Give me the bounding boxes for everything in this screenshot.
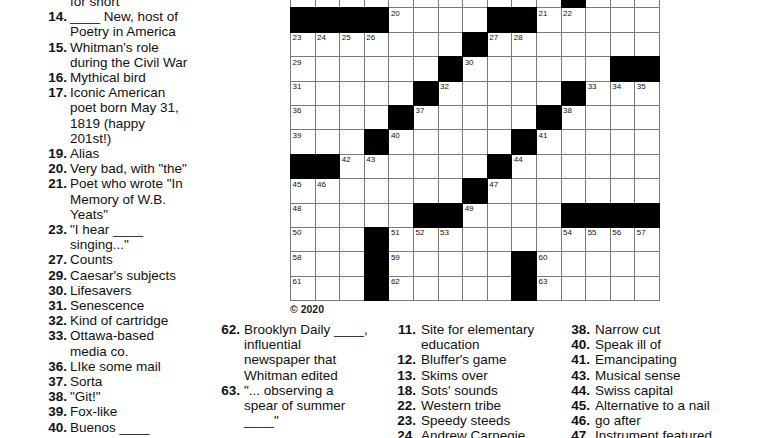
clue-text: ____ New, host of Poetry in America	[70, 9, 260, 39]
clue-number: 23.	[394, 413, 416, 428]
clue-item: 47. Instrument featured	[568, 428, 770, 438]
grid-cell[interactable]	[340, 106, 364, 129]
grid-cell[interactable]	[512, 179, 536, 202]
grid-cell[interactable]	[463, 277, 487, 300]
grid-cell[interactable]	[635, 179, 659, 202]
grid-cell[interactable]	[635, 130, 659, 153]
cell-number: 57	[637, 228, 646, 237]
black-cell	[586, 204, 610, 227]
cell-number: 36	[293, 106, 302, 115]
grid-cell[interactable]	[365, 82, 389, 105]
grid-cell[interactable]	[340, 130, 364, 153]
clue-number: 19.	[45, 146, 67, 161]
clue-item: 45. Alternative to a nail	[568, 398, 770, 413]
clue-number: 21.	[45, 176, 67, 191]
grid-cell[interactable]	[463, 8, 487, 31]
clue-text: Skims over	[421, 368, 569, 383]
cell-number: 58	[293, 253, 302, 262]
cell-number: 62	[391, 277, 400, 286]
grid-cell[interactable]	[463, 228, 487, 251]
clue-number: 41.	[568, 352, 590, 367]
cell-number: 46	[317, 180, 326, 189]
clue-item: 23. Speedy steeds	[394, 413, 569, 428]
clue-item: 19. Alias	[45, 146, 260, 161]
grid-cell[interactable]: 45	[291, 179, 315, 202]
grid-cell[interactable]	[340, 204, 364, 227]
grid-cell[interactable]	[316, 252, 340, 275]
clue-number: 40.	[45, 420, 67, 435]
cell-number: 42	[342, 155, 351, 164]
grid-cell[interactable]	[611, 0, 635, 7]
cell-number: 45	[293, 180, 302, 189]
grid-cell[interactable]: 25	[340, 33, 364, 56]
grid-cell[interactable]: 59	[389, 252, 413, 275]
black-cell	[365, 228, 389, 251]
grid-cell[interactable]	[463, 0, 487, 7]
grid-cell[interactable]: 62	[389, 277, 413, 300]
grid-cell[interactable]	[340, 179, 364, 202]
black-cell	[414, 82, 438, 105]
clue-text: Emancipating	[595, 352, 770, 367]
cell-number: 54	[563, 228, 572, 237]
cell-number: 59	[391, 253, 400, 262]
clue-text: Narrow cut	[595, 322, 770, 337]
grid-cell[interactable]	[365, 204, 389, 227]
grid-cell[interactable]	[389, 0, 413, 7]
grid-cell[interactable]	[488, 106, 512, 129]
cell-number: 23	[293, 33, 302, 42]
grid-cell[interactable]: 47	[488, 179, 512, 202]
grid-cell[interactable]	[562, 57, 586, 80]
grid-cell[interactable]: 40	[389, 130, 413, 153]
cell-number: 39	[293, 131, 302, 140]
grid-cell[interactable]	[586, 57, 610, 80]
grid-cell[interactable]: 23	[291, 33, 315, 56]
grid-cell[interactable]	[586, 8, 610, 31]
cell-number: 21	[538, 9, 547, 18]
grid-cell[interactable]	[586, 106, 610, 129]
grid-cell[interactable]	[537, 228, 561, 251]
cell-number: 24	[317, 33, 326, 42]
cell-number: 29	[293, 58, 302, 67]
down-clues-column-1: 11. Site for elementary education 12. Bl…	[394, 322, 569, 438]
black-cell	[562, 82, 586, 105]
cell-number: 41	[538, 131, 547, 140]
black-cell	[389, 106, 413, 129]
grid-cell[interactable]: 28	[512, 33, 536, 56]
grid-cell[interactable]	[512, 228, 536, 251]
grid-cell[interactable]	[414, 0, 438, 7]
grid-cell[interactable]	[316, 277, 340, 300]
grid-cell[interactable]	[537, 57, 561, 80]
grid-cell[interactable]: 27	[488, 33, 512, 56]
grid-cell[interactable]: 29	[291, 57, 315, 80]
grid-cell[interactable]: 34	[611, 82, 635, 105]
clue-number: 39.	[45, 404, 67, 419]
grid-cell[interactable]	[389, 57, 413, 80]
grid-cell[interactable]: 42	[340, 155, 364, 178]
grid-cell[interactable]	[463, 106, 487, 129]
grid-cell[interactable]	[365, 57, 389, 80]
grid-cell[interactable]	[316, 130, 340, 153]
grid-cell[interactable]: 54	[562, 228, 586, 251]
clue-item: 38. Narrow cut	[568, 322, 770, 337]
grid-cell[interactable]: 60	[537, 252, 561, 275]
grid-cell[interactable]	[340, 57, 364, 80]
grid-cell[interactable]	[611, 277, 635, 300]
grid-cell[interactable]	[316, 0, 340, 7]
grid-cell[interactable]	[562, 179, 586, 202]
grid-cell[interactable]	[316, 106, 340, 129]
grid-cell[interactable]	[389, 155, 413, 178]
clue-item: 17. Iconic American poet born May 31, 18…	[45, 85, 260, 146]
grid-cell[interactable]	[414, 33, 438, 56]
grid-cell[interactable]: 55	[586, 228, 610, 251]
grid-cell[interactable]	[316, 204, 340, 227]
clue-number: 13.	[394, 368, 416, 383]
grid-cell[interactable]	[611, 179, 635, 202]
grid-cell[interactable]	[414, 252, 438, 275]
clue-number: 63.	[218, 383, 240, 398]
grid-cell[interactable]	[389, 179, 413, 202]
grid-cell[interactable]	[439, 179, 463, 202]
cell-number: 31	[293, 82, 302, 91]
cell-number: 48	[293, 204, 302, 213]
grid-cell[interactable]	[488, 82, 512, 105]
grid-cell[interactable]	[512, 0, 536, 7]
grid-cell[interactable]: 43	[365, 155, 389, 178]
clue-number: 18.	[394, 383, 416, 398]
grid-cell[interactable]: 26	[365, 33, 389, 56]
clue-item: 20. Very bad, with "the"	[45, 161, 260, 176]
grid-cell[interactable]: 31	[291, 82, 315, 105]
clue-item: 40. Speak ill of	[568, 337, 770, 352]
cell-number: 60	[538, 253, 547, 262]
grid-cell[interactable]	[389, 33, 413, 56]
clue-number: 40.	[568, 337, 590, 352]
grid-cell[interactable]	[463, 252, 487, 275]
grid-cell[interactable]	[537, 82, 561, 105]
clue-text: Senescence	[70, 298, 260, 313]
grid-cell[interactable]	[488, 204, 512, 227]
cell-number: 40	[391, 131, 400, 140]
grid-cell[interactable]	[316, 57, 340, 80]
clue-item: 30. Lifesavers	[45, 283, 260, 298]
grid-cell[interactable]	[316, 228, 340, 251]
grid-cell[interactable]: 41	[537, 130, 561, 153]
grid-cell[interactable]	[635, 277, 659, 300]
grid-cell[interactable]	[316, 82, 340, 105]
clue-number: 17.	[45, 85, 67, 100]
grid-cell[interactable]: 57	[635, 228, 659, 251]
clue-number: 62.	[218, 322, 240, 337]
grid-cell[interactable]	[439, 277, 463, 300]
clue-item: 12. Bluffer's game	[394, 352, 569, 367]
grid-cell[interactable]: 21	[537, 8, 561, 31]
clue-number: 27.	[45, 252, 67, 267]
clue-item: 11. Site for elementary education	[394, 322, 569, 352]
grid-cell[interactable]	[340, 228, 364, 251]
grid-cell[interactable]: 30	[463, 57, 487, 80]
cell-number: 43	[366, 155, 375, 164]
crossword-page: 2021222324252627282930313233343536373839…	[0, 0, 779, 438]
grid-cell[interactable]	[488, 228, 512, 251]
black-cell	[365, 277, 389, 300]
grid-cell[interactable]	[611, 106, 635, 129]
grid-cell[interactable]	[562, 155, 586, 178]
grid-cell[interactable]: 63	[537, 277, 561, 300]
clue-number: 16.	[45, 70, 67, 85]
clue-number: 12.	[394, 352, 416, 367]
clue-text: go after	[595, 413, 770, 428]
grid-cell[interactable]: 51	[389, 228, 413, 251]
grid-cell[interactable]: 50	[291, 228, 315, 251]
grid-cell[interactable]	[389, 82, 413, 105]
grid-cell[interactable]	[611, 252, 635, 275]
clue-item: 62. Brooklyn Daily ____, influential new…	[218, 322, 396, 383]
cell-number: 32	[440, 82, 449, 91]
grid-cell[interactable]	[635, 106, 659, 129]
cell-number: 37	[415, 106, 424, 115]
cell-number: 44	[514, 155, 523, 164]
grid-cell[interactable]: 32	[439, 82, 463, 105]
cell-number: 28	[514, 33, 523, 42]
grid-cell[interactable]: 24	[316, 33, 340, 56]
cell-number: 38	[563, 106, 572, 115]
cell-number: 30	[465, 58, 474, 67]
grid-cell[interactable]: 48	[291, 204, 315, 227]
clue-item: 23. "I hear ____ singing..."	[45, 222, 260, 252]
grid-cell[interactable]	[635, 155, 659, 178]
grid-cell[interactable]: 49	[463, 204, 487, 227]
grid-cell[interactable]	[537, 33, 561, 56]
clue-item: 13. Skims over	[394, 368, 569, 383]
cell-number: 63	[538, 277, 547, 286]
cell-number: 25	[342, 33, 351, 42]
grid-cell[interactable]	[586, 155, 610, 178]
grid-cell[interactable]	[463, 130, 487, 153]
black-cell	[512, 277, 536, 300]
grid-cell[interactable]	[414, 8, 438, 31]
black-cell	[611, 204, 635, 227]
clue-number: 45.	[568, 398, 590, 413]
black-cell	[488, 8, 512, 31]
black-cell	[488, 155, 512, 178]
clue-text: Andrew Carnegie	[421, 428, 569, 438]
clue-item: 21. Poet who wrote "In Memory of W.B. Ye…	[45, 176, 260, 222]
grid-cell[interactable]	[340, 252, 364, 275]
black-cell	[439, 204, 463, 227]
grid-cell[interactable]	[439, 0, 463, 7]
grid-cell[interactable]: 22	[562, 8, 586, 31]
grid-cell[interactable]	[463, 155, 487, 178]
clue-number: 38.	[45, 389, 67, 404]
grid-cell[interactable]	[340, 82, 364, 105]
grid-cell[interactable]	[439, 252, 463, 275]
cell-number: 27	[489, 33, 498, 42]
clue-number: 20.	[45, 161, 67, 176]
grid-cell[interactable]: 56	[611, 228, 635, 251]
grid-cell[interactable]	[635, 8, 659, 31]
grid-cell[interactable]	[439, 33, 463, 56]
clue-number: 44.	[568, 383, 590, 398]
cell-number: 53	[440, 228, 449, 237]
grid-cell[interactable]	[586, 130, 610, 153]
grid-cell[interactable]	[488, 57, 512, 80]
grid-cell[interactable]	[414, 277, 438, 300]
clue-text: Brooklyn Daily ____, influential newspap…	[244, 322, 396, 383]
grid-cell[interactable]	[537, 204, 561, 227]
across-clues-bottom-column: 62. Brooklyn Daily ____, influential new…	[218, 322, 396, 428]
grid-cell[interactable]	[414, 57, 438, 80]
clue-number: 47.	[568, 428, 590, 438]
clue-number: 43.	[568, 368, 590, 383]
grid-cell[interactable]	[537, 0, 561, 7]
clue-item: for short	[45, 0, 260, 9]
grid-cell[interactable]	[611, 33, 635, 56]
grid-cell[interactable]	[291, 0, 315, 7]
grid-cell[interactable]	[488, 252, 512, 275]
black-cell	[439, 57, 463, 80]
grid-cell[interactable]	[365, 179, 389, 202]
grid-cell[interactable]	[488, 277, 512, 300]
grid-cell[interactable]	[512, 204, 536, 227]
grid-cell[interactable]	[562, 252, 586, 275]
grid-cell[interactable]	[586, 277, 610, 300]
clue-text: Counts	[70, 252, 260, 267]
grid-cell[interactable]	[439, 130, 463, 153]
grid-cell[interactable]	[414, 179, 438, 202]
black-cell	[463, 33, 487, 56]
cell-number: 22	[563, 9, 572, 18]
grid-cell[interactable]	[340, 0, 364, 7]
clue-text: Speedy steeds	[421, 413, 569, 428]
black-cell	[365, 252, 389, 275]
grid-cell[interactable]	[586, 33, 610, 56]
clue-item: 16. Mythical bird	[45, 70, 260, 85]
grid-cell[interactable]	[586, 0, 610, 7]
clue-number: 33.	[45, 328, 67, 343]
clue-text: "... observing a spear of summer ____"	[244, 383, 396, 429]
clue-item: 63. "... observing a spear of summer ___…	[218, 383, 396, 429]
clue-text: Speak ill of	[595, 337, 770, 352]
clue-text: Swiss capital	[595, 383, 770, 398]
clue-item: 43. Musical sense	[568, 368, 770, 383]
grid-cell[interactable]: 35	[635, 82, 659, 105]
grid-cell[interactable]	[512, 82, 536, 105]
grid-cell[interactable]: 46	[316, 179, 340, 202]
grid-cell[interactable]	[611, 8, 635, 31]
grid-cell[interactable]	[562, 33, 586, 56]
clue-number: 38.	[568, 322, 590, 337]
grid-cell[interactable]	[365, 0, 389, 7]
grid-cell[interactable]	[389, 204, 413, 227]
grid-cell[interactable]	[512, 57, 536, 80]
grid-cell[interactable]	[340, 277, 364, 300]
clue-text: Very bad, with "the"	[70, 161, 260, 176]
clue-text: Whitman's role during the Civil War	[70, 40, 260, 70]
clue-text: Mythical bird	[70, 70, 260, 85]
clue-item: 15. Whitman's role during the Civil War	[45, 40, 260, 70]
grid-cell[interactable]	[488, 0, 512, 7]
black-cell	[291, 155, 315, 178]
grid-cell[interactable]: 58	[291, 252, 315, 275]
grid-cell[interactable]	[365, 106, 389, 129]
grid-cell[interactable]	[635, 33, 659, 56]
grid-cell[interactable]	[512, 106, 536, 129]
clue-number: 30.	[45, 283, 67, 298]
grid-cell[interactable]	[611, 155, 635, 178]
grid-cell[interactable]	[562, 277, 586, 300]
grid-cell[interactable]: 20	[389, 8, 413, 31]
grid-cell[interactable]	[488, 130, 512, 153]
grid-cell[interactable]	[586, 252, 610, 275]
grid-cell[interactable]	[586, 179, 610, 202]
clue-text: Caesar's subjects	[70, 268, 260, 283]
clue-number: 31.	[45, 298, 67, 313]
grid-cell[interactable]: 33	[586, 82, 610, 105]
black-cell	[316, 155, 340, 178]
black-cell	[635, 204, 659, 227]
black-cell	[414, 204, 438, 227]
grid-cell[interactable]: 53	[439, 228, 463, 251]
grid-cell[interactable]: 52	[414, 228, 438, 251]
black-cell	[463, 179, 487, 202]
cell-number: 26	[366, 33, 375, 42]
grid-cell[interactable]: 39	[291, 130, 315, 153]
grid-cell[interactable]: 61	[291, 277, 315, 300]
clue-number: 22.	[394, 398, 416, 413]
cell-number: 56	[612, 228, 621, 237]
grid-cell[interactable]: 44	[512, 155, 536, 178]
grid-cell[interactable]	[463, 82, 487, 105]
grid-cell[interactable]	[414, 130, 438, 153]
grid-cell[interactable]	[439, 8, 463, 31]
grid-cell[interactable]	[414, 155, 438, 178]
cell-number: 52	[415, 228, 424, 237]
black-cell	[537, 106, 561, 129]
grid-cell[interactable]	[562, 130, 586, 153]
cell-number: 33	[588, 82, 597, 91]
clue-text: Alternative to a nail	[595, 398, 770, 413]
black-cell	[340, 8, 364, 31]
clue-number: 37.	[45, 374, 67, 389]
cell-number: 55	[588, 228, 597, 237]
grid-cell[interactable]	[611, 130, 635, 153]
grid-cell[interactable]	[439, 106, 463, 129]
down-clues-column-2: 38. Narrow cut 40. Speak ill of 41. Eman…	[568, 322, 770, 438]
grid-cell[interactable]	[537, 179, 561, 202]
clue-text: Western tribe	[421, 398, 569, 413]
grid-cell[interactable]	[537, 155, 561, 178]
clue-text: for short	[70, 0, 260, 9]
black-cell	[512, 252, 536, 275]
clue-text: Sots' sounds	[421, 383, 569, 398]
clue-number: 15.	[45, 40, 67, 55]
black-cell	[562, 0, 586, 7]
grid-cell[interactable]: 36	[291, 106, 315, 129]
cell-number: 34	[612, 82, 621, 91]
clue-text: Site for elementary education	[421, 322, 569, 352]
clue-text: Lifesavers	[70, 283, 260, 298]
clue-item: 18. Sots' sounds	[394, 383, 569, 398]
grid-cell[interactable]: 37	[414, 106, 438, 129]
grid-cell[interactable]: 38	[562, 106, 586, 129]
grid-cell[interactable]	[635, 252, 659, 275]
grid-cell[interactable]	[439, 155, 463, 178]
clue-number: 24.	[394, 428, 416, 438]
grid-cell[interactable]	[635, 0, 659, 7]
